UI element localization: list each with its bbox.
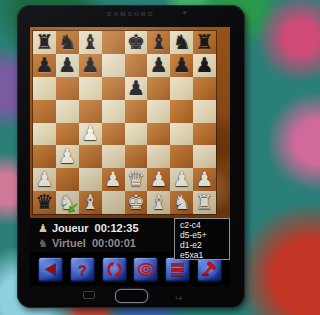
black-rook: ♜ [35, 32, 53, 53]
square-g1[interactable]: ♞ [170, 191, 193, 214]
white-pawn: ♟ [104, 169, 122, 190]
home-button[interactable] [115, 289, 148, 303]
square-a6[interactable] [33, 77, 56, 100]
info-panel: ♟Joueur00:12:35 ♞Virtuel00:00:01 c2-c4d5… [30, 218, 230, 252]
square-f6[interactable] [147, 77, 170, 100]
square-c5[interactable] [79, 100, 102, 123]
front-camera [183, 11, 187, 15]
square-b6[interactable] [56, 77, 79, 100]
square-e7[interactable] [125, 54, 148, 77]
square-b2[interactable] [56, 168, 79, 191]
white-pawn: ♟ [173, 169, 191, 190]
square-b3[interactable]: ♟ [56, 145, 79, 168]
square-d5[interactable] [102, 100, 125, 123]
square-d8[interactable] [102, 31, 125, 54]
square-h3[interactable] [193, 145, 216, 168]
move-list: c2-c4d5-e5+d1-e2e5xa1 [174, 218, 230, 260]
black-pawn: ♟ [150, 55, 168, 76]
square-f5[interactable] [147, 100, 170, 123]
moves-list-button[interactable] [165, 257, 190, 282]
white-knight: ♞ [58, 192, 76, 213]
computer-label: Virtuel [52, 237, 86, 249]
rotate-arrows-icon [106, 261, 123, 278]
square-g8[interactable]: ♞ [170, 31, 193, 54]
hint-button[interactable]: ? [70, 257, 95, 282]
white-knight: ♞ [173, 192, 191, 213]
black-piece-icon: ♞ [38, 237, 48, 250]
analysis-button[interactable] [133, 257, 158, 282]
square-a3[interactable] [33, 145, 56, 168]
black-rook: ♜ [196, 32, 214, 53]
tablet-device: SAMSUNG ♜♞♝♚♝♞♜♟♟♟♟♟♟♟♟♟♟♟♛♟♟♟♛♞♝♚♝♞♜ ♟J… [17, 5, 245, 308]
square-g4[interactable] [170, 123, 193, 146]
square-b7[interactable]: ♟ [56, 54, 79, 77]
square-a7[interactable]: ♟ [33, 54, 56, 77]
player-time: 00:12:35 [95, 222, 139, 234]
square-a5[interactable] [33, 100, 56, 123]
square-h7[interactable]: ♟ [193, 54, 216, 77]
square-a4[interactable] [33, 123, 56, 146]
computer-clock: ♞Virtuel00:00:01 [38, 237, 136, 250]
white-pawn: ♟ [81, 123, 99, 144]
white-bishop: ♝ [150, 192, 168, 213]
square-e6[interactable]: ♟ [125, 77, 148, 100]
square-d2[interactable]: ♟ [102, 168, 125, 191]
square-f2[interactable]: ♟ [147, 168, 170, 191]
move-entry: d5-e5+ [180, 230, 229, 240]
white-bishop: ♝ [81, 192, 99, 213]
black-king: ♚ [127, 32, 145, 53]
square-a2[interactable]: ♟ [33, 168, 56, 191]
square-c4[interactable]: ♟ [79, 123, 102, 146]
black-pawn: ♟ [173, 55, 191, 76]
square-h1[interactable]: ♜ [193, 191, 216, 214]
white-piece-icon: ♟ [38, 222, 48, 235]
white-rook: ♜ [196, 192, 214, 213]
green-arrow-marker [68, 203, 78, 213]
eye-icon [137, 262, 155, 277]
square-g5[interactable] [170, 100, 193, 123]
square-d4[interactable] [102, 123, 125, 146]
square-g6[interactable] [170, 77, 193, 100]
black-bishop: ♝ [81, 32, 99, 53]
board-frame: ♜♞♝♚♝♞♜♟♟♟♟♟♟♟♟♟♟♟♛♟♟♟♛♞♝♚♝♞♜ [30, 27, 230, 218]
recent-apps-key-icon[interactable] [83, 291, 95, 299]
square-f4[interactable] [147, 123, 170, 146]
square-d1[interactable] [102, 191, 125, 214]
white-king: ♚ [127, 192, 145, 213]
rotate-button[interactable] [102, 257, 127, 282]
square-e3[interactable] [125, 145, 148, 168]
square-f3[interactable] [147, 145, 170, 168]
white-pawn: ♟ [196, 169, 214, 190]
computer-time: 00:00:01 [92, 237, 136, 249]
chess-board: ♜♞♝♚♝♞♜♟♟♟♟♟♟♟♟♟♟♟♛♟♟♟♛♞♝♚♝♞♜ [33, 31, 216, 214]
square-e4[interactable] [125, 123, 148, 146]
square-g2[interactable]: ♟ [170, 168, 193, 191]
square-a1[interactable]: ♛ [33, 191, 56, 214]
square-f7[interactable]: ♟ [147, 54, 170, 77]
square-e5[interactable] [125, 100, 148, 123]
square-b4[interactable] [56, 123, 79, 146]
white-queen: ♛ [127, 169, 145, 190]
photo-background: { "game": "chess", "position": { "fen": … [0, 0, 260, 315]
square-c8[interactable]: ♝ [79, 31, 102, 54]
back-key-icon[interactable]: ↩ [175, 294, 183, 303]
move-entry: e5xa1 [180, 250, 229, 260]
square-d7[interactable] [102, 54, 125, 77]
black-pawn: ♟ [58, 55, 76, 76]
square-e8[interactable]: ♚ [125, 31, 148, 54]
player-clock: ♟Joueur00:12:35 [38, 222, 139, 235]
square-c3[interactable] [79, 145, 102, 168]
player-label: Joueur [52, 222, 89, 234]
black-pawn: ♟ [196, 55, 214, 76]
back-triangle-icon [45, 263, 56, 275]
white-pawn: ♟ [150, 169, 168, 190]
black-knight: ♞ [173, 32, 191, 53]
white-pawn: ♟ [58, 146, 76, 167]
settings-button[interactable] [197, 257, 222, 282]
white-pawn: ♟ [35, 169, 53, 190]
square-g3[interactable] [170, 145, 193, 168]
square-d6[interactable] [102, 77, 125, 100]
square-e2[interactable]: ♛ [125, 168, 148, 191]
square-h6[interactable] [193, 77, 216, 100]
move-entry: d1-e2 [180, 240, 229, 250]
black-pawn: ♟ [35, 55, 53, 76]
black-queen: ♛ [35, 192, 53, 213]
move-entry: c2-c4 [180, 220, 229, 230]
square-h8[interactable]: ♜ [193, 31, 216, 54]
square-f1[interactable]: ♝ [147, 191, 170, 214]
black-pawn: ♟ [81, 55, 99, 76]
square-h5[interactable] [193, 100, 216, 123]
square-f8[interactable]: ♝ [147, 31, 170, 54]
square-h2[interactable]: ♟ [193, 168, 216, 191]
square-c6[interactable] [79, 77, 102, 100]
samsung-logo: SAMSUNG [17, 11, 245, 17]
square-e1[interactable]: ♚ [125, 191, 148, 214]
square-d3[interactable] [102, 145, 125, 168]
square-h4[interactable] [193, 123, 216, 146]
hammer-tools-icon [200, 260, 218, 278]
square-g7[interactable]: ♟ [170, 54, 193, 77]
undo-button[interactable] [38, 257, 63, 282]
square-b1[interactable]: ♞ [56, 191, 79, 214]
square-c1[interactable]: ♝ [79, 191, 102, 214]
menu-bars-icon [171, 263, 184, 276]
question-mark-icon: ? [78, 262, 87, 277]
square-a8[interactable]: ♜ [33, 31, 56, 54]
black-knight: ♞ [58, 32, 76, 53]
square-b8[interactable]: ♞ [56, 31, 79, 54]
black-pawn: ♟ [127, 78, 145, 99]
screen: ♜♞♝♚♝♞♜♟♟♟♟♟♟♟♟♟♟♟♛♟♟♟♛♞♝♚♝♞♜ ♟Joueur00:… [30, 27, 230, 286]
square-c2[interactable] [79, 168, 102, 191]
square-c7[interactable]: ♟ [79, 54, 102, 77]
square-b5[interactable] [56, 100, 79, 123]
black-bishop: ♝ [150, 32, 168, 53]
